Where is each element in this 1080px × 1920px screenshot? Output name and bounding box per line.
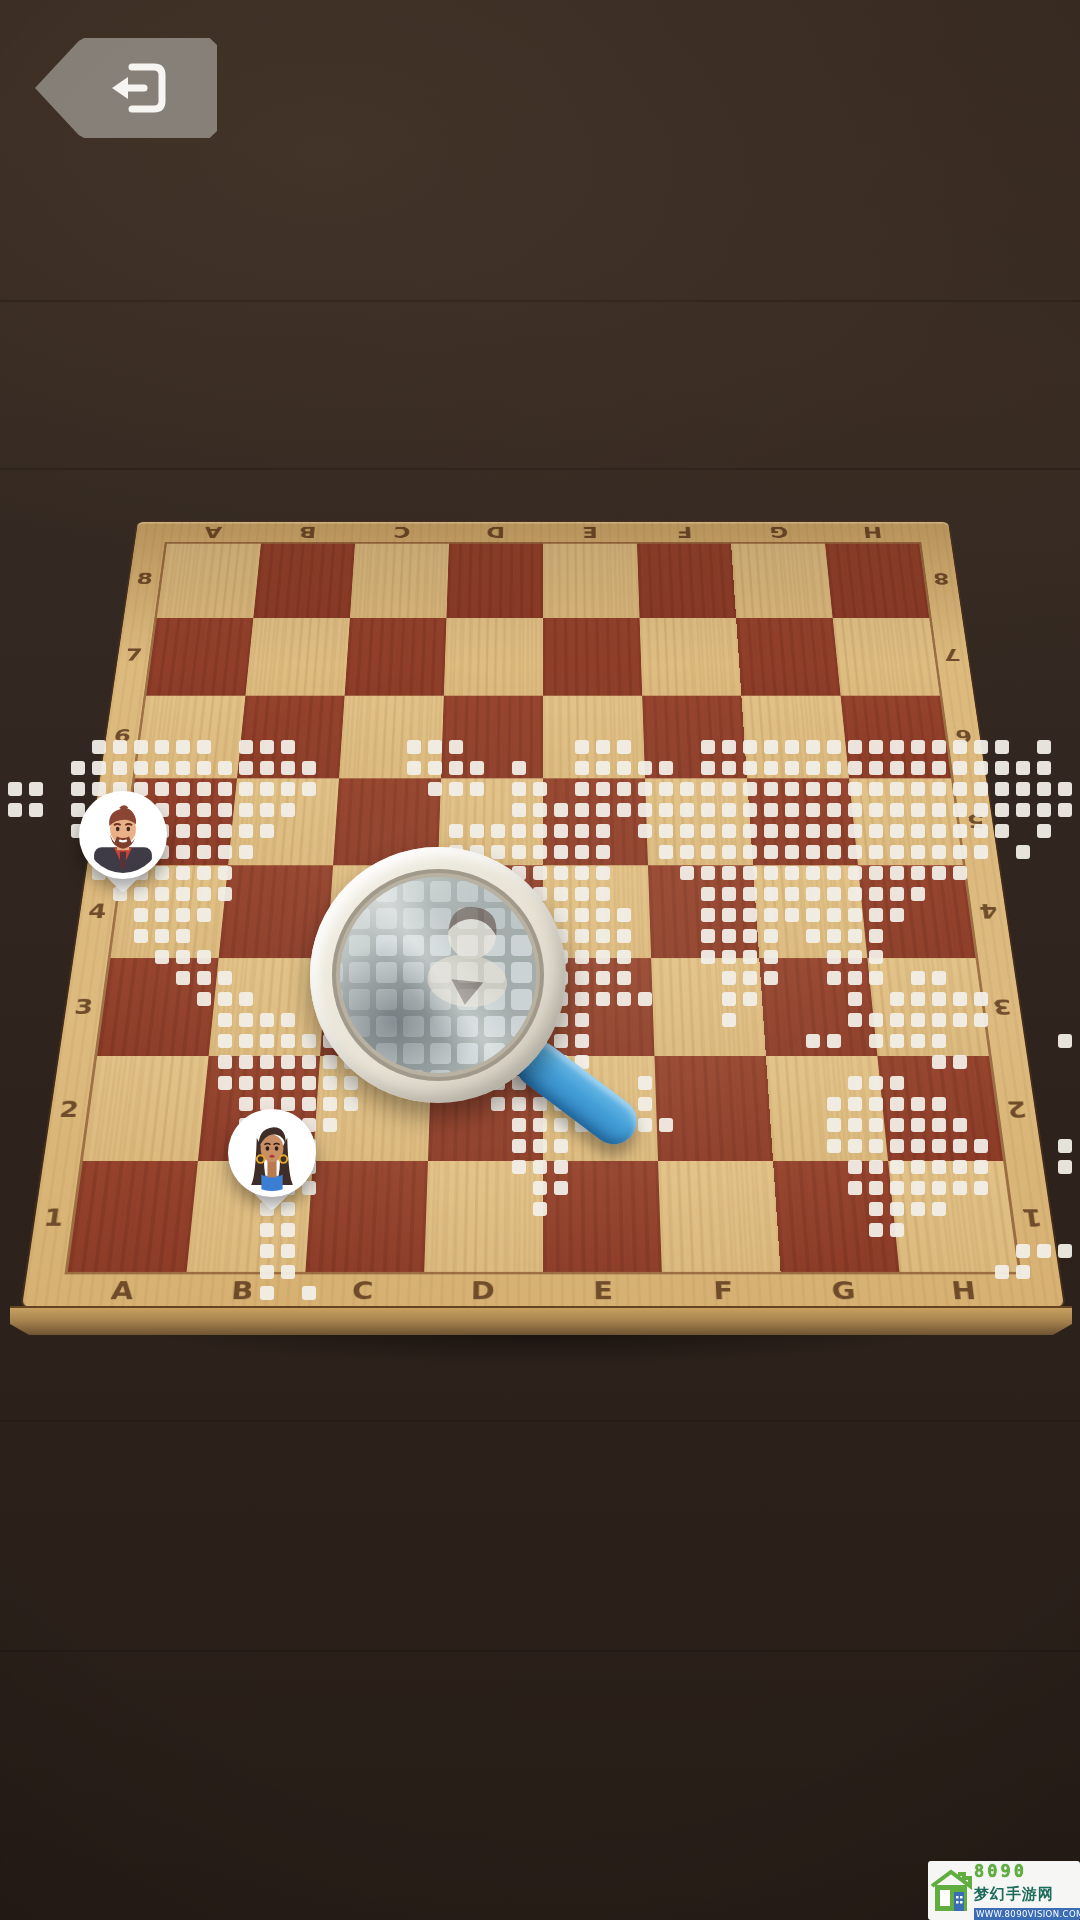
square-c8[interactable]: [350, 544, 449, 618]
bearded-man-avatar-icon: [85, 797, 161, 873]
square-f8[interactable]: [637, 544, 736, 618]
square-f3[interactable]: [651, 958, 766, 1056]
file-label-top-d: D: [448, 523, 543, 542]
square-g5[interactable]: [747, 778, 858, 865]
square-h7[interactable]: [833, 618, 940, 696]
square-b7[interactable]: [245, 618, 350, 696]
square-a7[interactable]: [146, 618, 253, 696]
player1-map-pin: [79, 791, 167, 879]
square-h1[interactable]: [888, 1160, 1018, 1271]
file-label-bottom-h: H: [902, 1275, 1026, 1306]
square-h4[interactable]: [858, 865, 976, 957]
square-g1[interactable]: [773, 1160, 899, 1271]
square-g6[interactable]: [741, 696, 849, 778]
watermark: 8090 梦幻手游网 WWW.8090VISION.COM: [928, 1861, 1080, 1920]
square-d1[interactable]: [424, 1160, 543, 1271]
square-h3[interactable]: [867, 958, 988, 1056]
file-label-top-g: G: [731, 523, 827, 542]
wood-grain-line: [0, 1420, 1080, 1422]
square-a2[interactable]: [83, 1056, 209, 1160]
square-c6[interactable]: [339, 696, 444, 778]
file-label-top-h: H: [825, 523, 921, 542]
board-front-edge: [10, 1306, 1072, 1335]
file-label-bottom-b: B: [181, 1275, 304, 1306]
wood-grain-line: [0, 468, 1080, 470]
wood-grain-line: [0, 300, 1080, 302]
square-d6[interactable]: [441, 696, 543, 778]
lens-glare: [340, 877, 536, 1073]
square-g4[interactable]: [753, 865, 867, 957]
file-label-bottom-c: C: [302, 1275, 424, 1306]
square-g8[interactable]: [731, 544, 833, 618]
square-e6[interactable]: [543, 696, 645, 778]
game-screen: AABBCCDDEEFFGGHH8877665544332211: [0, 0, 1080, 1920]
house-icon: [928, 1861, 974, 1920]
file-label-top-a: A: [165, 523, 261, 542]
file-label-bottom-g: G: [782, 1275, 905, 1306]
square-h5[interactable]: [849, 778, 963, 865]
magnified-map-dot: [340, 1070, 343, 1073]
player2-map-pin: [228, 1109, 316, 1197]
file-label-bottom-f: F: [663, 1275, 785, 1306]
square-a6[interactable]: [135, 696, 245, 778]
square-f1[interactable]: [658, 1160, 781, 1271]
watermark-site-name: 梦幻手游网: [974, 1886, 1080, 1902]
exit-arrow-icon: [108, 59, 170, 117]
file-label-top-e: E: [543, 523, 638, 542]
square-f7[interactable]: [640, 618, 742, 696]
watermark-url: WWW.8090VISION.COM: [974, 1908, 1080, 1920]
square-a3[interactable]: [97, 958, 218, 1056]
square-h6[interactable]: [841, 696, 951, 778]
file-label-top-f: F: [637, 523, 732, 542]
watermark-8090: 8090: [974, 1863, 1080, 1880]
square-a1[interactable]: [68, 1160, 198, 1271]
square-h8[interactable]: [825, 544, 929, 618]
square-b8[interactable]: [253, 544, 355, 618]
square-c1[interactable]: [305, 1160, 428, 1271]
file-label-top-c: C: [354, 523, 449, 542]
square-g3[interactable]: [759, 958, 877, 1056]
square-f2[interactable]: [654, 1056, 773, 1160]
square-g7[interactable]: [736, 618, 841, 696]
square-c7[interactable]: [345, 618, 447, 696]
square-d8[interactable]: [446, 544, 543, 618]
square-d7[interactable]: [444, 618, 543, 696]
square-a8[interactable]: [157, 544, 261, 618]
wood-grain-line: [0, 1650, 1080, 1652]
magnifying-glass-icon: [310, 847, 566, 1103]
file-label-bottom-e: E: [543, 1275, 664, 1306]
square-e7[interactable]: [543, 618, 642, 696]
file-label-top-b: B: [259, 523, 355, 542]
magnifier-lens: [340, 877, 536, 1073]
square-f4[interactable]: [648, 865, 759, 957]
file-label-bottom-d: D: [422, 1275, 543, 1306]
file-label-bottom-a: A: [60, 1275, 184, 1306]
square-h2[interactable]: [877, 1056, 1003, 1160]
woman-avatar-icon: [234, 1115, 310, 1191]
square-b6[interactable]: [237, 696, 345, 778]
square-f5[interactable]: [645, 778, 753, 865]
square-e8[interactable]: [543, 544, 640, 618]
square-e1[interactable]: [543, 1160, 662, 1271]
square-g2[interactable]: [766, 1056, 888, 1160]
square-f6[interactable]: [642, 696, 747, 778]
